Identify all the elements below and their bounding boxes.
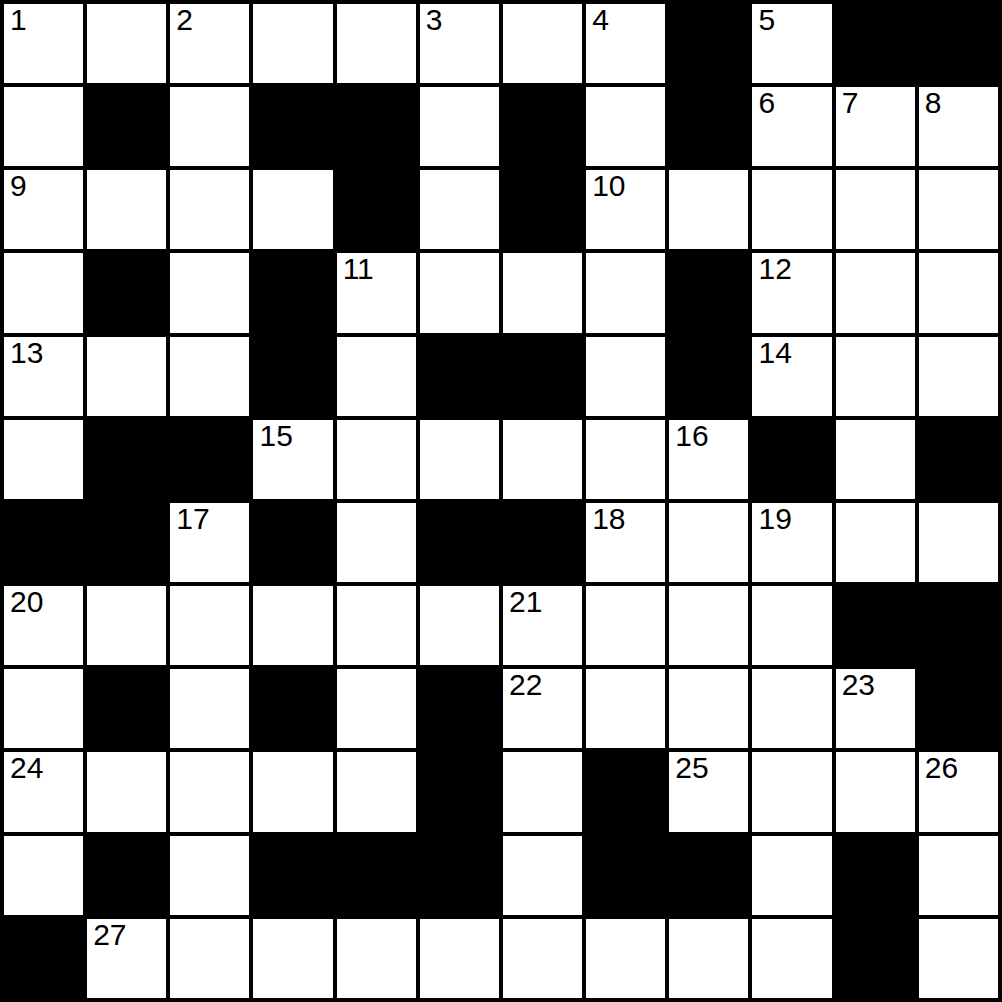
block-r10c8 [586, 752, 665, 831]
cell-r5c11[interactable] [836, 337, 915, 416]
cell-r6c8[interactable] [586, 420, 665, 499]
cell-r3c12[interactable] [919, 170, 998, 249]
cell-r12c12[interactable] [919, 919, 998, 998]
cell-r5c5[interactable] [337, 337, 416, 416]
cell-r2c3[interactable] [170, 87, 249, 166]
clue-number-13: 13 [10, 338, 43, 368]
cell-r9c3[interactable] [170, 669, 249, 748]
clue-number-7: 7 [842, 88, 859, 118]
cell-r3c10[interactable] [752, 170, 831, 249]
block-r2c9 [669, 87, 748, 166]
cell-r5c10[interactable]: 14 [752, 337, 831, 416]
cell-r3c9[interactable] [669, 170, 748, 249]
cell-r3c11[interactable] [836, 170, 915, 249]
block-r1c9 [669, 4, 748, 83]
block-r7c6 [420, 503, 499, 582]
cell-r1c7[interactable] [503, 4, 582, 83]
cell-r4c3[interactable] [170, 253, 249, 332]
clue-number-10: 10 [592, 171, 625, 201]
cell-r10c9[interactable]: 25 [669, 752, 748, 831]
cell-r10c12[interactable]: 26 [919, 752, 998, 831]
cell-r5c12[interactable] [919, 337, 998, 416]
cell-r9c5[interactable] [337, 669, 416, 748]
cell-r10c1[interactable]: 24 [4, 752, 83, 831]
block-r9c12 [919, 669, 998, 748]
cell-r2c12[interactable]: 8 [919, 87, 998, 166]
clue-number-24: 24 [10, 753, 43, 783]
cell-r3c4[interactable] [253, 170, 332, 249]
cell-r2c6[interactable] [420, 87, 499, 166]
block-r7c1 [4, 503, 83, 582]
cell-r2c8[interactable] [586, 87, 665, 166]
block-r3c7 [503, 170, 582, 249]
cell-r8c8[interactable] [586, 586, 665, 665]
block-r12c11 [836, 919, 915, 998]
cell-r3c6[interactable] [420, 170, 499, 249]
cell-r2c1[interactable] [4, 87, 83, 166]
cell-r10c11[interactable] [836, 752, 915, 831]
cell-r6c9[interactable]: 16 [669, 420, 748, 499]
clue-number-2: 2 [176, 5, 193, 35]
cell-r2c11[interactable]: 7 [836, 87, 915, 166]
clue-number-21: 21 [509, 587, 542, 617]
clue-number-9: 9 [10, 171, 27, 201]
clue-number-1: 1 [10, 5, 27, 35]
cell-r10c3[interactable] [170, 752, 249, 831]
clue-number-12: 12 [758, 254, 791, 284]
cell-r7c10[interactable]: 19 [752, 503, 831, 582]
cell-r1c2[interactable] [87, 4, 166, 83]
clue-number-15: 15 [259, 421, 292, 451]
block-r12c1 [4, 919, 83, 998]
cell-r2c10[interactable]: 6 [752, 87, 831, 166]
cell-r12c3[interactable] [170, 919, 249, 998]
cell-r1c10[interactable]: 5 [752, 4, 831, 83]
cell-r12c7[interactable] [503, 919, 582, 998]
cell-r6c1[interactable] [4, 420, 83, 499]
cell-r4c7[interactable] [503, 253, 582, 332]
block-r4c2 [87, 253, 166, 332]
clue-number-8: 8 [925, 88, 942, 118]
block-r5c4 [253, 337, 332, 416]
clue-number-16: 16 [675, 421, 708, 451]
cell-r7c11[interactable] [836, 503, 915, 582]
cell-r12c5[interactable] [337, 919, 416, 998]
block-r9c6 [420, 669, 499, 748]
cell-r10c7[interactable] [503, 752, 582, 831]
block-r9c4 [253, 669, 332, 748]
clue-number-20: 20 [10, 587, 43, 617]
cell-r3c1[interactable]: 9 [4, 170, 83, 249]
cell-r1c4[interactable] [253, 4, 332, 83]
clue-number-23: 23 [842, 670, 875, 700]
cell-r8c3[interactable] [170, 586, 249, 665]
cell-r9c8[interactable] [586, 669, 665, 748]
cell-r8c9[interactable] [669, 586, 748, 665]
cell-r12c2[interactable]: 27 [87, 919, 166, 998]
cell-r6c7[interactable] [503, 420, 582, 499]
cell-r1c8[interactable]: 4 [586, 4, 665, 83]
block-r6c12 [919, 420, 998, 499]
cell-r6c11[interactable] [836, 420, 915, 499]
block-r11c6 [420, 836, 499, 915]
clue-number-5: 5 [758, 5, 775, 35]
block-r2c5 [337, 87, 416, 166]
cell-r3c8[interactable]: 10 [586, 170, 665, 249]
block-r4c4 [253, 253, 332, 332]
cell-r11c12[interactable] [919, 836, 998, 915]
cell-r5c3[interactable] [170, 337, 249, 416]
cell-r9c1[interactable] [4, 669, 83, 748]
cell-r4c12[interactable] [919, 253, 998, 332]
clue-number-22: 22 [509, 670, 542, 700]
cell-r9c9[interactable] [669, 669, 748, 748]
cell-r1c5[interactable] [337, 4, 416, 83]
cell-r4c10[interactable]: 12 [752, 253, 831, 332]
cell-r7c12[interactable] [919, 503, 998, 582]
cell-r4c5[interactable]: 11 [337, 253, 416, 332]
block-r11c4 [253, 836, 332, 915]
block-r11c8 [586, 836, 665, 915]
block-r2c4 [253, 87, 332, 166]
cell-r7c3[interactable]: 17 [170, 503, 249, 582]
cell-r11c7[interactable] [503, 836, 582, 915]
cell-r7c5[interactable] [337, 503, 416, 582]
block-r5c7 [503, 337, 582, 416]
cell-r4c8[interactable] [586, 253, 665, 332]
block-r11c2 [87, 836, 166, 915]
clue-number-19: 19 [758, 504, 791, 534]
cell-r10c4[interactable] [253, 752, 332, 831]
block-r8c12 [919, 586, 998, 665]
cell-r12c4[interactable] [253, 919, 332, 998]
cell-r5c2[interactable] [87, 337, 166, 416]
block-r2c2 [87, 87, 166, 166]
cell-r12c9[interactable] [669, 919, 748, 998]
block-r4c9 [669, 253, 748, 332]
cell-r12c8[interactable] [586, 919, 665, 998]
cell-r7c8[interactable]: 18 [586, 503, 665, 582]
block-r8c11 [836, 586, 915, 665]
cell-r1c1[interactable]: 1 [4, 4, 83, 83]
block-r9c2 [87, 669, 166, 748]
block-r10c6 [420, 752, 499, 831]
cell-r6c5[interactable] [337, 420, 416, 499]
block-r2c7 [503, 87, 582, 166]
cell-r1c6[interactable]: 3 [420, 4, 499, 83]
block-r6c3 [170, 420, 249, 499]
cell-r9c10[interactable] [752, 669, 831, 748]
cell-r9c7[interactable]: 22 [503, 669, 582, 748]
cell-r8c10[interactable] [752, 586, 831, 665]
cell-r5c8[interactable] [586, 337, 665, 416]
cell-r4c11[interactable] [836, 253, 915, 332]
block-r5c6 [420, 337, 499, 416]
block-r1c12 [919, 4, 998, 83]
cell-r8c5[interactable] [337, 586, 416, 665]
cell-r8c2[interactable] [87, 586, 166, 665]
cell-r4c6[interactable] [420, 253, 499, 332]
clue-number-11: 11 [343, 254, 374, 284]
cell-r10c2[interactable] [87, 752, 166, 831]
clue-number-27: 27 [93, 920, 126, 950]
cell-r6c4[interactable]: 15 [253, 420, 332, 499]
block-r1c11 [836, 4, 915, 83]
cell-r10c5[interactable] [337, 752, 416, 831]
block-r5c9 [669, 337, 748, 416]
block-r6c10 [752, 420, 831, 499]
clue-number-25: 25 [675, 753, 708, 783]
clue-number-6: 6 [758, 88, 775, 118]
block-r6c2 [87, 420, 166, 499]
clue-number-14: 14 [758, 338, 791, 368]
cell-r8c4[interactable] [253, 586, 332, 665]
clue-number-17: 17 [176, 504, 209, 534]
block-r11c9 [669, 836, 748, 915]
cell-r1c3[interactable]: 2 [170, 4, 249, 83]
clue-number-4: 4 [592, 5, 609, 35]
cell-r6c6[interactable] [420, 420, 499, 499]
cell-r8c6[interactable] [420, 586, 499, 665]
cell-r3c3[interactable] [170, 170, 249, 249]
block-r7c7 [503, 503, 582, 582]
cell-r8c1[interactable]: 20 [4, 586, 83, 665]
cell-r4c1[interactable] [4, 253, 83, 332]
crossword-grid: 1234567891011121314151617181920212223242… [0, 0, 1002, 1002]
cell-r3c2[interactable] [87, 170, 166, 249]
clue-number-3: 3 [426, 5, 443, 35]
cell-r7c9[interactable] [669, 503, 748, 582]
cell-r11c10[interactable] [752, 836, 831, 915]
block-r11c11 [836, 836, 915, 915]
cell-r12c6[interactable] [420, 919, 499, 998]
block-r7c2 [87, 503, 166, 582]
clue-number-26: 26 [925, 753, 958, 783]
cell-r12c10[interactable] [752, 919, 831, 998]
block-r11c5 [337, 836, 416, 915]
cell-r5c1[interactable]: 13 [4, 337, 83, 416]
block-r7c4 [253, 503, 332, 582]
cell-r11c3[interactable] [170, 836, 249, 915]
cell-r11c1[interactable] [4, 836, 83, 915]
cell-r8c7[interactable]: 21 [503, 586, 582, 665]
cell-r10c10[interactable] [752, 752, 831, 831]
cell-r9c11[interactable]: 23 [836, 669, 915, 748]
clue-number-18: 18 [592, 504, 625, 534]
block-r3c5 [337, 170, 416, 249]
